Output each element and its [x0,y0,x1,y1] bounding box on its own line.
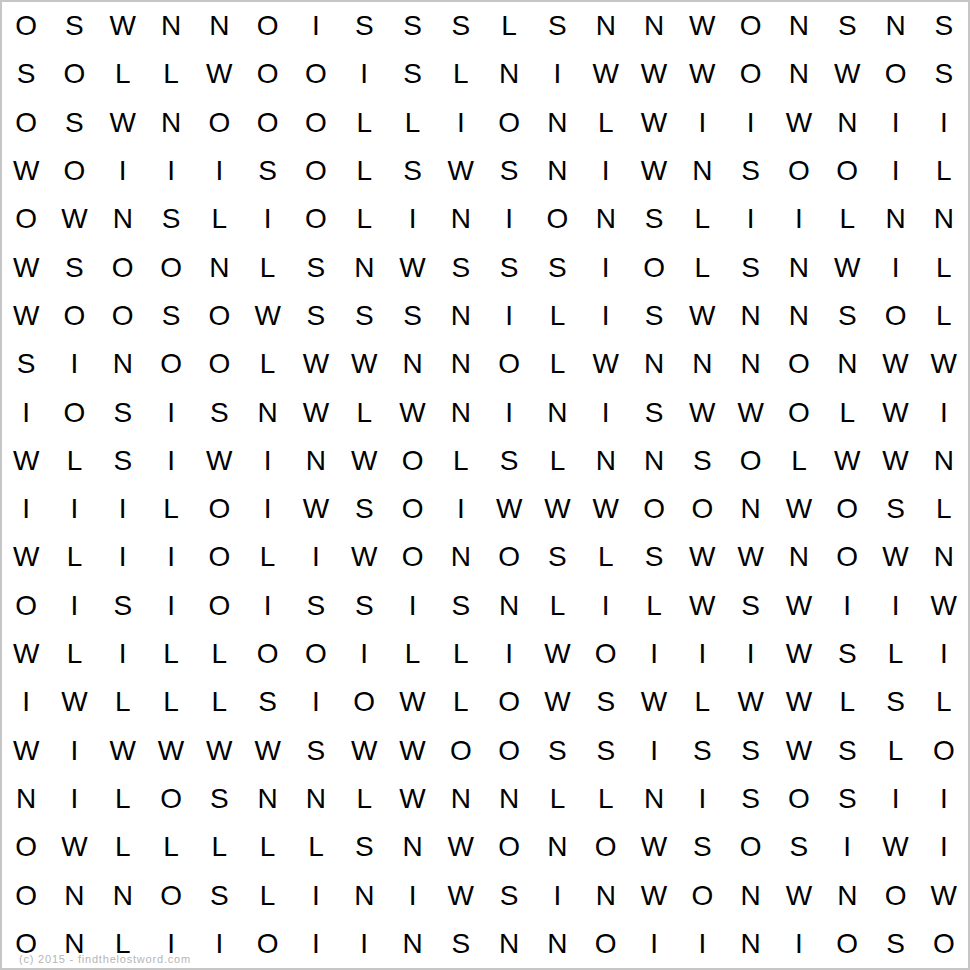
grid-cell[interactable]: O [678,871,726,919]
grid-cell[interactable]: O [243,630,291,678]
grid-cell[interactable]: I [292,920,340,968]
grid-cell[interactable]: O [388,533,436,581]
grid-cell[interactable]: I [871,147,919,195]
grid-cell[interactable]: N [195,2,243,50]
grid-cell[interactable]: O [388,485,436,533]
grid-cell[interactable]: O [292,195,340,243]
grid-cell[interactable]: L [195,630,243,678]
grid-cell[interactable]: W [2,630,50,678]
grid-cell[interactable]: N [871,195,919,243]
grid-cell[interactable]: I [243,582,291,630]
grid-cell[interactable]: O [195,292,243,340]
grid-cell[interactable]: S [726,726,774,774]
grid-cell[interactable]: W [437,147,485,195]
grid-cell[interactable]: I [533,50,581,98]
grid-cell[interactable]: S [630,388,678,436]
grid-cell[interactable]: N [726,920,774,968]
grid-cell[interactable]: N [726,340,774,388]
grid-cell[interactable]: I [99,147,147,195]
grid-cell[interactable]: N [775,50,823,98]
grid-cell[interactable]: W [388,243,436,291]
grid-cell[interactable]: I [388,871,436,919]
grid-cell[interactable]: O [485,99,533,147]
grid-cell[interactable]: I [437,99,485,147]
grid-cell[interactable]: O [147,775,195,823]
grid-cell[interactable]: W [823,50,871,98]
grid-cell[interactable]: L [871,630,919,678]
grid-cell[interactable]: S [99,437,147,485]
grid-cell[interactable]: L [775,437,823,485]
grid-cell[interactable]: I [726,630,774,678]
grid-cell[interactable]: O [823,920,871,968]
grid-cell[interactable]: W [775,871,823,919]
grid-cell[interactable]: N [775,243,823,291]
grid-cell[interactable]: L [533,340,581,388]
grid-cell[interactable]: L [50,630,98,678]
grid-cell[interactable]: I [630,920,678,968]
grid-cell[interactable]: W [678,50,726,98]
grid-cell[interactable]: W [292,340,340,388]
grid-cell[interactable]: N [582,2,630,50]
grid-cell[interactable]: N [630,2,678,50]
grid-cell[interactable]: S [292,292,340,340]
grid-cell[interactable]: W [2,243,50,291]
grid-cell[interactable]: O [437,726,485,774]
grid-cell[interactable]: L [437,678,485,726]
grid-cell[interactable]: S [340,823,388,871]
grid-cell[interactable]: L [147,678,195,726]
grid-cell[interactable]: W [678,582,726,630]
grid-cell[interactable]: W [630,147,678,195]
grid-cell[interactable]: N [485,775,533,823]
grid-cell[interactable]: I [50,726,98,774]
grid-cell[interactable]: I [485,388,533,436]
grid-cell[interactable]: S [823,2,871,50]
grid-cell[interactable]: I [99,485,147,533]
grid-cell[interactable]: S [485,243,533,291]
grid-cell[interactable]: O [871,292,919,340]
grid-cell[interactable]: L [920,485,968,533]
grid-cell[interactable]: I [678,630,726,678]
grid-cell[interactable]: S [485,147,533,195]
grid-cell[interactable]: S [99,388,147,436]
grid-cell[interactable]: S [50,243,98,291]
grid-cell[interactable]: I [147,437,195,485]
grid-cell[interactable]: N [533,147,581,195]
grid-cell[interactable]: O [243,99,291,147]
grid-cell[interactable]: I [195,147,243,195]
grid-cell[interactable]: O [147,871,195,919]
grid-cell[interactable]: I [147,388,195,436]
grid-cell[interactable]: L [99,775,147,823]
grid-cell[interactable]: N [243,388,291,436]
grid-cell[interactable]: N [50,871,98,919]
grid-cell[interactable]: S [533,726,581,774]
grid-cell[interactable]: S [582,678,630,726]
grid-cell[interactable]: S [823,630,871,678]
grid-cell[interactable]: S [823,726,871,774]
grid-cell[interactable]: N [920,437,968,485]
grid-cell[interactable]: O [2,582,50,630]
grid-cell[interactable]: I [920,99,968,147]
grid-cell[interactable]: O [726,437,774,485]
grid-cell[interactable]: I [195,920,243,968]
grid-cell[interactable]: O [485,726,533,774]
grid-cell[interactable]: I [920,630,968,678]
grid-cell[interactable]: L [920,243,968,291]
grid-cell[interactable]: N [823,340,871,388]
grid-cell[interactable]: O [2,823,50,871]
grid-cell[interactable]: W [775,582,823,630]
grid-cell[interactable]: S [485,437,533,485]
grid-cell[interactable]: N [630,775,678,823]
grid-cell[interactable]: I [147,582,195,630]
grid-cell[interactable]: O [582,823,630,871]
grid-cell[interactable]: S [823,775,871,823]
grid-cell[interactable]: S [437,2,485,50]
grid-cell[interactable]: W [340,726,388,774]
grid-cell[interactable]: O [823,485,871,533]
grid-cell[interactable]: W [775,726,823,774]
grid-cell[interactable]: S [775,823,823,871]
grid-cell[interactable]: N [292,775,340,823]
grid-cell[interactable]: O [871,50,919,98]
grid-cell[interactable]: N [437,340,485,388]
grid-cell[interactable]: L [292,823,340,871]
grid-cell[interactable]: W [678,533,726,581]
grid-cell[interactable]: L [823,678,871,726]
grid-cell[interactable]: W [147,726,195,774]
grid-cell[interactable]: W [630,823,678,871]
grid-cell[interactable]: S [920,50,968,98]
grid-cell[interactable]: W [678,2,726,50]
grid-cell[interactable]: L [920,147,968,195]
grid-cell[interactable]: I [485,195,533,243]
grid-cell[interactable]: W [533,485,581,533]
grid-cell[interactable]: N [485,920,533,968]
grid-cell[interactable]: N [582,437,630,485]
grid-cell[interactable]: L [871,726,919,774]
grid-cell[interactable]: O [50,292,98,340]
grid-cell[interactable]: W [99,2,147,50]
grid-cell[interactable]: L [630,582,678,630]
grid-cell[interactable]: L [147,485,195,533]
grid-cell[interactable]: S [388,2,436,50]
grid-cell[interactable]: O [533,195,581,243]
grid-cell[interactable]: I [340,50,388,98]
grid-cell[interactable]: O [2,871,50,919]
grid-cell[interactable]: W [726,678,774,726]
grid-cell[interactable]: S [340,292,388,340]
grid-cell[interactable]: W [2,533,50,581]
grid-cell[interactable]: O [195,485,243,533]
grid-cell[interactable]: W [920,340,968,388]
grid-cell[interactable]: N [437,775,485,823]
grid-cell[interactable]: N [195,243,243,291]
grid-cell[interactable]: I [678,920,726,968]
grid-cell[interactable]: O [726,823,774,871]
grid-cell[interactable]: W [437,823,485,871]
grid-cell[interactable]: S [99,582,147,630]
grid-cell[interactable]: I [871,99,919,147]
grid-cell[interactable]: L [147,50,195,98]
grid-cell[interactable]: I [582,147,630,195]
grid-cell[interactable]: I [2,678,50,726]
grid-cell[interactable]: N [920,533,968,581]
grid-cell[interactable]: S [437,243,485,291]
grid-cell[interactable]: N [726,292,774,340]
grid-cell[interactable]: W [726,388,774,436]
grid-cell[interactable]: S [920,2,968,50]
grid-cell[interactable]: I [582,388,630,436]
grid-cell[interactable]: W [630,99,678,147]
grid-cell[interactable]: N [388,340,436,388]
grid-cell[interactable]: O [388,437,436,485]
grid-cell[interactable]: I [678,775,726,823]
grid-cell[interactable]: W [678,388,726,436]
grid-cell[interactable]: N [292,437,340,485]
grid-cell[interactable]: I [630,630,678,678]
grid-cell[interactable]: O [823,533,871,581]
grid-cell[interactable]: S [726,243,774,291]
grid-cell[interactable]: W [485,485,533,533]
grid-cell[interactable]: L [50,437,98,485]
grid-cell[interactable]: S [630,292,678,340]
grid-cell[interactable]: I [50,775,98,823]
grid-cell[interactable]: N [437,292,485,340]
grid-cell[interactable]: W [388,726,436,774]
grid-cell[interactable]: O [2,2,50,50]
grid-cell[interactable]: S [388,50,436,98]
grid-cell[interactable]: N [99,195,147,243]
grid-cell[interactable]: I [726,195,774,243]
grid-cell[interactable]: W [630,50,678,98]
grid-cell[interactable]: S [533,243,581,291]
grid-cell[interactable]: O [99,243,147,291]
grid-cell[interactable]: I [920,388,968,436]
grid-cell[interactable]: W [50,195,98,243]
grid-cell[interactable]: N [630,437,678,485]
grid-cell[interactable]: N [920,195,968,243]
grid-cell[interactable]: L [243,823,291,871]
grid-cell[interactable]: N [678,340,726,388]
grid-cell[interactable]: I [2,388,50,436]
grid-cell[interactable]: O [485,678,533,726]
grid-cell[interactable]: O [2,99,50,147]
grid-cell[interactable]: N [533,388,581,436]
grid-cell[interactable]: W [630,871,678,919]
grid-cell[interactable]: S [630,195,678,243]
grid-cell[interactable]: O [292,630,340,678]
grid-cell[interactable]: S [388,292,436,340]
grid-cell[interactable]: W [775,630,823,678]
grid-cell[interactable]: I [243,437,291,485]
grid-cell[interactable]: N [99,340,147,388]
grid-cell[interactable]: I [50,340,98,388]
grid-cell[interactable]: I [147,533,195,581]
grid-cell[interactable]: L [582,775,630,823]
grid-cell[interactable]: N [533,99,581,147]
grid-cell[interactable]: L [533,292,581,340]
grid-cell[interactable]: O [775,775,823,823]
grid-cell[interactable]: I [871,775,919,823]
grid-cell[interactable]: S [871,485,919,533]
grid-cell[interactable]: S [147,195,195,243]
grid-cell[interactable]: W [533,630,581,678]
grid-cell[interactable]: O [195,340,243,388]
grid-cell[interactable]: O [775,340,823,388]
grid-cell[interactable]: W [388,388,436,436]
grid-cell[interactable]: I [388,195,436,243]
grid-cell[interactable]: N [99,871,147,919]
grid-cell[interactable]: S [437,582,485,630]
grid-cell[interactable]: W [195,50,243,98]
grid-cell[interactable]: I [920,823,968,871]
grid-cell[interactable]: S [871,678,919,726]
grid-cell[interactable]: S [678,823,726,871]
grid-cell[interactable]: N [340,243,388,291]
grid-cell[interactable]: S [340,582,388,630]
grid-cell[interactable]: I [243,485,291,533]
grid-cell[interactable]: O [920,920,968,968]
grid-cell[interactable]: L [582,533,630,581]
grid-cell[interactable]: W [388,775,436,823]
grid-cell[interactable]: I [147,147,195,195]
grid-cell[interactable]: N [726,871,774,919]
grid-cell[interactable]: I [871,582,919,630]
grid-cell[interactable]: I [292,678,340,726]
grid-cell[interactable]: N [437,388,485,436]
grid-cell[interactable]: N [823,99,871,147]
grid-cell[interactable]: L [823,195,871,243]
grid-cell[interactable]: I [50,582,98,630]
grid-cell[interactable]: L [147,630,195,678]
grid-cell[interactable]: O [630,243,678,291]
grid-cell[interactable]: W [50,678,98,726]
grid-cell[interactable]: W [871,340,919,388]
grid-cell[interactable]: O [630,485,678,533]
grid-cell[interactable]: I [871,243,919,291]
grid-cell[interactable]: L [533,775,581,823]
grid-cell[interactable]: W [871,533,919,581]
grid-cell[interactable]: L [678,243,726,291]
grid-cell[interactable]: O [485,823,533,871]
grid-cell[interactable]: S [823,292,871,340]
grid-cell[interactable]: N [437,533,485,581]
grid-cell[interactable]: N [2,775,50,823]
grid-cell[interactable]: L [823,388,871,436]
grid-cell[interactable]: S [243,678,291,726]
grid-cell[interactable]: W [50,823,98,871]
grid-cell[interactable]: W [99,99,147,147]
grid-cell[interactable]: W [2,726,50,774]
grid-cell[interactable]: N [485,50,533,98]
grid-cell[interactable]: W [437,871,485,919]
grid-cell[interactable]: L [437,437,485,485]
grid-cell[interactable]: I [2,485,50,533]
grid-cell[interactable]: N [147,99,195,147]
grid-cell[interactable]: O [582,630,630,678]
grid-cell[interactable]: W [99,726,147,774]
grid-cell[interactable]: L [340,147,388,195]
grid-cell[interactable]: S [388,147,436,195]
grid-cell[interactable]: S [630,533,678,581]
grid-cell[interactable]: S [243,147,291,195]
grid-cell[interactable]: W [340,437,388,485]
grid-cell[interactable]: W [823,437,871,485]
grid-cell[interactable]: N [388,823,436,871]
grid-cell[interactable]: L [99,823,147,871]
grid-cell[interactable]: I [678,99,726,147]
grid-cell[interactable]: S [485,871,533,919]
grid-cell[interactable]: O [485,340,533,388]
grid-cell[interactable]: S [340,485,388,533]
grid-cell[interactable]: W [871,823,919,871]
grid-cell[interactable]: O [678,485,726,533]
grid-cell[interactable]: S [871,920,919,968]
grid-cell[interactable]: W [388,678,436,726]
grid-cell[interactable]: S [726,582,774,630]
grid-cell[interactable]: L [243,533,291,581]
grid-cell[interactable]: N [823,871,871,919]
grid-cell[interactable]: N [775,2,823,50]
grid-cell[interactable]: S [50,2,98,50]
grid-cell[interactable]: N [243,775,291,823]
grid-cell[interactable]: O [195,99,243,147]
grid-cell[interactable]: I [99,630,147,678]
grid-cell[interactable]: W [243,292,291,340]
grid-cell[interactable]: I [50,485,98,533]
grid-cell[interactable]: I [99,533,147,581]
grid-cell[interactable]: L [195,678,243,726]
grid-cell[interactable]: S [147,292,195,340]
grid-cell[interactable]: L [243,243,291,291]
grid-cell[interactable]: O [147,340,195,388]
grid-cell[interactable]: L [50,533,98,581]
grid-cell[interactable]: S [726,775,774,823]
grid-cell[interactable]: W [920,871,968,919]
grid-cell[interactable]: L [195,195,243,243]
grid-cell[interactable]: I [823,823,871,871]
grid-cell[interactable]: I [775,920,823,968]
grid-cell[interactable]: I [775,195,823,243]
grid-cell[interactable]: L [582,99,630,147]
grid-cell[interactable]: W [823,243,871,291]
grid-cell[interactable]: S [533,2,581,50]
grid-cell[interactable]: I [437,485,485,533]
grid-cell[interactable]: W [871,388,919,436]
grid-cell[interactable]: S [2,50,50,98]
grid-cell[interactable]: W [775,99,823,147]
grid-cell[interactable]: O [871,871,919,919]
grid-cell[interactable]: O [50,50,98,98]
grid-cell[interactable]: N [775,292,823,340]
grid-cell[interactable]: I [726,99,774,147]
grid-cell[interactable]: O [292,99,340,147]
grid-cell[interactable]: N [871,2,919,50]
grid-cell[interactable]: W [195,726,243,774]
grid-cell[interactable]: O [726,2,774,50]
grid-cell[interactable]: I [292,871,340,919]
grid-cell[interactable]: N [533,823,581,871]
grid-cell[interactable]: I [340,920,388,968]
grid-cell[interactable]: N [726,485,774,533]
grid-cell[interactable]: S [2,340,50,388]
grid-cell[interactable]: L [533,582,581,630]
grid-cell[interactable]: N [582,871,630,919]
grid-cell[interactable]: O [50,147,98,195]
grid-cell[interactable]: W [630,678,678,726]
